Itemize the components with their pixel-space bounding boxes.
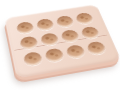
pit-grid xyxy=(5,4,120,78)
pit-r1c2[interactable] xyxy=(35,18,54,31)
pit-r2c1[interactable] xyxy=(19,35,39,50)
pit-r3c2[interactable] xyxy=(44,47,65,63)
pit-cell-r3c4 xyxy=(83,38,110,57)
mancala-board xyxy=(5,4,120,78)
pit-r2c3[interactable] xyxy=(60,29,80,43)
pit-r2c2[interactable] xyxy=(40,32,60,46)
pit-r1c4[interactable] xyxy=(74,12,94,25)
pit-r3c4[interactable] xyxy=(86,40,108,55)
mancala-board-photo xyxy=(0,0,120,90)
board-top-layer xyxy=(0,0,120,90)
pit-r1c1[interactable] xyxy=(16,21,35,35)
pit-r3c1[interactable] xyxy=(23,51,44,67)
pit-r3c3[interactable] xyxy=(65,44,86,59)
pit-r2c4[interactable] xyxy=(80,25,101,39)
pit-r1c3[interactable] xyxy=(55,15,75,28)
